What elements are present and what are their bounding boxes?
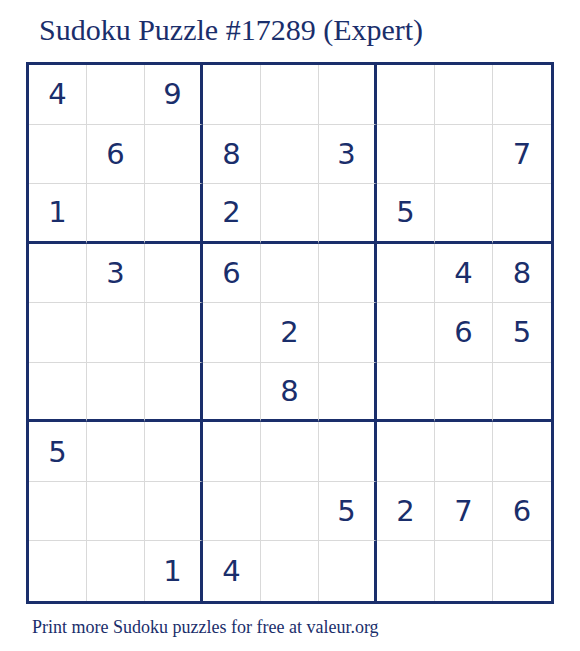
cell-r3c3[interactable]	[145, 184, 203, 244]
cell-r5c4[interactable]	[203, 303, 261, 363]
cell-r2c1[interactable]	[29, 125, 87, 185]
cell-r3c6[interactable]	[319, 184, 377, 244]
cell-r1c4[interactable]	[203, 65, 261, 125]
cell-r3c9[interactable]	[493, 184, 551, 244]
cell-r5c5[interactable]: 2	[261, 303, 319, 363]
cell-r9c6[interactable]	[319, 541, 377, 601]
cell-r1c9[interactable]	[493, 65, 551, 125]
cell-r6c3[interactable]	[145, 363, 203, 423]
cell-r8c8[interactable]: 7	[435, 482, 493, 542]
cell-r3c8[interactable]	[435, 184, 493, 244]
cell-r9c1[interactable]	[29, 541, 87, 601]
cell-r4c7[interactable]	[377, 244, 435, 304]
cell-r6c8[interactable]	[435, 363, 493, 423]
cell-r4c8[interactable]: 4	[435, 244, 493, 304]
cell-r5c1[interactable]	[29, 303, 87, 363]
cell-r2c8[interactable]	[435, 125, 493, 185]
cell-r6c2[interactable]	[87, 363, 145, 423]
cell-r7c6[interactable]	[319, 422, 377, 482]
cell-r6c7[interactable]	[377, 363, 435, 423]
cell-r2c7[interactable]	[377, 125, 435, 185]
cell-r2c5[interactable]	[261, 125, 319, 185]
cell-r3c7[interactable]: 5	[377, 184, 435, 244]
cell-r6c5[interactable]: 8	[261, 363, 319, 423]
cell-r5c9[interactable]: 5	[493, 303, 551, 363]
cell-r1c2[interactable]	[87, 65, 145, 125]
cell-r2c6[interactable]: 3	[319, 125, 377, 185]
cell-r8c6[interactable]: 5	[319, 482, 377, 542]
cell-r6c1[interactable]	[29, 363, 87, 423]
cell-r2c4[interactable]: 8	[203, 125, 261, 185]
cell-r4c1[interactable]	[29, 244, 87, 304]
cell-r7c2[interactable]	[87, 422, 145, 482]
cell-r4c3[interactable]	[145, 244, 203, 304]
cell-r5c6[interactable]	[319, 303, 377, 363]
cell-r1c6[interactable]	[319, 65, 377, 125]
cell-r7c9[interactable]	[493, 422, 551, 482]
cell-r3c5[interactable]	[261, 184, 319, 244]
cell-r8c9[interactable]: 6	[493, 482, 551, 542]
cell-r6c4[interactable]	[203, 363, 261, 423]
cell-r9c4[interactable]: 4	[203, 541, 261, 601]
cell-r6c9[interactable]	[493, 363, 551, 423]
cell-r8c7[interactable]: 2	[377, 482, 435, 542]
sudoku-board: 496837125364826585527614	[26, 62, 554, 604]
cell-r1c1[interactable]: 4	[29, 65, 87, 125]
cell-r6c6[interactable]	[319, 363, 377, 423]
page-title: Sudoku Puzzle #17289 (Expert)	[39, 13, 423, 47]
cell-r4c6[interactable]	[319, 244, 377, 304]
cell-r7c7[interactable]	[377, 422, 435, 482]
cell-r9c5[interactable]	[261, 541, 319, 601]
cell-r5c7[interactable]	[377, 303, 435, 363]
cell-r8c3[interactable]	[145, 482, 203, 542]
cell-r9c3[interactable]: 1	[145, 541, 203, 601]
cell-r4c9[interactable]: 8	[493, 244, 551, 304]
cell-r8c2[interactable]	[87, 482, 145, 542]
cell-r5c3[interactable]	[145, 303, 203, 363]
cell-r5c8[interactable]: 6	[435, 303, 493, 363]
cell-r3c1[interactable]: 1	[29, 184, 87, 244]
cell-r7c3[interactable]	[145, 422, 203, 482]
cell-r1c8[interactable]	[435, 65, 493, 125]
cell-r4c5[interactable]	[261, 244, 319, 304]
cell-r7c8[interactable]	[435, 422, 493, 482]
cell-r8c5[interactable]	[261, 482, 319, 542]
cell-r3c4[interactable]: 2	[203, 184, 261, 244]
cell-r8c1[interactable]	[29, 482, 87, 542]
cell-r4c4[interactable]: 6	[203, 244, 261, 304]
cell-r1c7[interactable]	[377, 65, 435, 125]
cell-r7c4[interactable]	[203, 422, 261, 482]
cell-r8c4[interactable]	[203, 482, 261, 542]
cell-r7c5[interactable]	[261, 422, 319, 482]
cell-r2c9[interactable]: 7	[493, 125, 551, 185]
cell-r7c1[interactable]: 5	[29, 422, 87, 482]
cell-r2c3[interactable]	[145, 125, 203, 185]
cell-r9c2[interactable]	[87, 541, 145, 601]
cell-r9c8[interactable]	[435, 541, 493, 601]
footer-text: Print more Sudoku puzzles for free at va…	[32, 617, 379, 638]
cell-r2c2[interactable]: 6	[87, 125, 145, 185]
cell-r3c2[interactable]	[87, 184, 145, 244]
cell-r1c3[interactable]: 9	[145, 65, 203, 125]
cell-r5c2[interactable]	[87, 303, 145, 363]
cell-r4c2[interactable]: 3	[87, 244, 145, 304]
cell-r1c5[interactable]	[261, 65, 319, 125]
cell-r9c7[interactable]	[377, 541, 435, 601]
cell-r9c9[interactable]	[493, 541, 551, 601]
